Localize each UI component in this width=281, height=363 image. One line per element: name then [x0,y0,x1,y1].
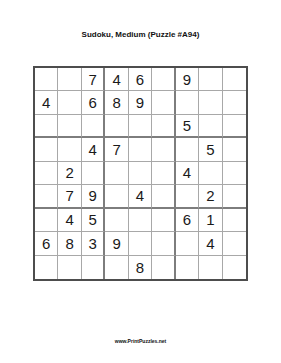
cell-r8c5[interactable] [129,232,152,255]
cell-r4c1[interactable] [35,138,58,161]
cell-r5c6[interactable] [152,162,175,185]
cell-r9c1[interactable] [35,256,58,279]
cell-r8c2: 8 [58,232,81,255]
cell-r6c9[interactable] [223,185,246,208]
cell-r7c6[interactable] [152,209,175,232]
cell-r3c3[interactable] [82,115,105,138]
cell-r7c1[interactable] [35,209,58,232]
cell-r4c2[interactable] [58,138,81,161]
cell-r5c3[interactable] [82,162,105,185]
cell-r8c7[interactable] [176,232,199,255]
cell-r1c4: 4 [105,68,128,91]
cell-r2c6[interactable] [152,91,175,114]
cell-r1c6[interactable] [152,68,175,91]
cell-r1c5: 6 [129,68,152,91]
cell-r4c7[interactable] [176,138,199,161]
cell-r9c9[interactable] [223,256,246,279]
cell-r4c5[interactable] [129,138,152,161]
cell-r9c4[interactable] [105,256,128,279]
cell-r7c5[interactable] [129,209,152,232]
cell-r3c9[interactable] [223,115,246,138]
cell-r6c3: 9 [82,185,105,208]
cell-r7c3: 5 [82,209,105,232]
cell-r9c5: 8 [129,256,152,279]
cell-r1c1[interactable] [35,68,58,91]
footer-url: www.PrintPuzzles.net [0,338,281,345]
cell-r6c1[interactable] [35,185,58,208]
cell-r2c5: 9 [129,91,152,114]
cell-r4c9[interactable] [223,138,246,161]
sudoku-board: 7469468954752479424561683948 [33,66,248,281]
cell-r5c9[interactable] [223,162,246,185]
cell-r2c1: 4 [35,91,58,114]
cell-r7c8: 1 [199,209,222,232]
cell-r6c5: 4 [129,185,152,208]
cell-r6c7[interactable] [176,185,199,208]
cell-r3c2[interactable] [58,115,81,138]
cell-r4c8: 5 [199,138,222,161]
cell-r4c6[interactable] [152,138,175,161]
cell-r8c1: 6 [35,232,58,255]
cell-r5c5[interactable] [129,162,152,185]
cell-r8c9[interactable] [223,232,246,255]
cell-r6c8: 2 [199,185,222,208]
cell-r9c6[interactable] [152,256,175,279]
cell-r2c2[interactable] [58,91,81,114]
cell-r5c1[interactable] [35,162,58,185]
cell-r4c4: 7 [105,138,128,161]
cell-r2c3: 6 [82,91,105,114]
cell-r1c8[interactable] [199,68,222,91]
cell-r2c7[interactable] [176,91,199,114]
cell-r3c5[interactable] [129,115,152,138]
cell-r3c7: 5 [176,115,199,138]
cell-r2c9[interactable] [223,91,246,114]
cell-r9c8[interactable] [199,256,222,279]
cell-r1c2[interactable] [58,68,81,91]
cell-r1c7: 9 [176,68,199,91]
cell-r9c7[interactable] [176,256,199,279]
cell-r7c2: 4 [58,209,81,232]
cell-r8c4: 9 [105,232,128,255]
cell-r3c4[interactable] [105,115,128,138]
cell-r1c3: 7 [82,68,105,91]
cell-r7c4[interactable] [105,209,128,232]
cell-r5c2: 2 [58,162,81,185]
cell-r1c9[interactable] [223,68,246,91]
cell-r9c3[interactable] [82,256,105,279]
cell-r9c2[interactable] [58,256,81,279]
cell-r5c4[interactable] [105,162,128,185]
cell-r3c8[interactable] [199,115,222,138]
cell-r6c2: 7 [58,185,81,208]
cell-r3c1[interactable] [35,115,58,138]
cell-r2c4: 8 [105,91,128,114]
cell-r5c7: 4 [176,162,199,185]
cell-r6c4[interactable] [105,185,128,208]
cell-r8c6[interactable] [152,232,175,255]
cell-r8c8: 4 [199,232,222,255]
cell-r6c6[interactable] [152,185,175,208]
cell-r7c9[interactable] [223,209,246,232]
cell-r5c8[interactable] [199,162,222,185]
cell-r7c7: 6 [176,209,199,232]
cell-r3c6[interactable] [152,115,175,138]
cell-r8c3: 3 [82,232,105,255]
puzzle-title: Sudoku, Medium (Puzzle #A94) [0,30,281,40]
cell-r2c8[interactable] [199,91,222,114]
cell-r4c3: 4 [82,138,105,161]
